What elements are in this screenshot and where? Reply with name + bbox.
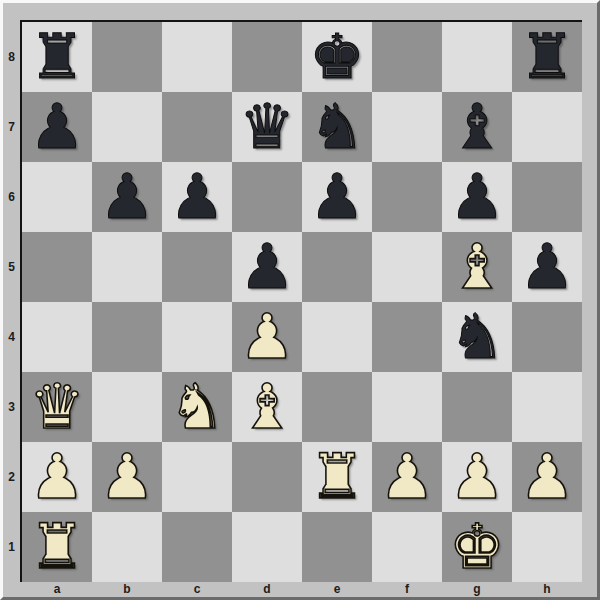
file-labels: abcdefgh [22,582,582,597]
square-a7[interactable]: ♟ [22,92,92,162]
square-g7[interactable]: ♝ [442,92,512,162]
square-a1[interactable]: ♜ [22,512,92,582]
square-d8[interactable] [232,22,302,92]
white-bishop-g5[interactable]: ♝ [449,232,505,302]
square-b6[interactable]: ♟ [92,162,162,232]
rank-labels: 87654321 [3,22,20,582]
black-knight-e7[interactable]: ♞ [309,92,365,162]
black-king-e8[interactable]: ♚ [309,22,365,92]
white-rook-a1[interactable]: ♜ [29,512,85,582]
white-king-g1[interactable]: ♚ [449,512,505,582]
square-f3[interactable] [372,372,442,442]
white-pawn-h2[interactable]: ♟ [519,442,575,512]
square-c7[interactable] [162,92,232,162]
file-label-g: g [442,582,512,597]
square-h3[interactable] [512,372,582,442]
white-pawn-d4[interactable]: ♟ [239,302,295,372]
square-b2[interactable]: ♟ [92,442,162,512]
black-pawn-h5[interactable]: ♟ [519,232,575,302]
rank-label-6: 6 [3,162,20,232]
black-pawn-b6[interactable]: ♟ [99,162,155,232]
white-pawn-g2[interactable]: ♟ [449,442,505,512]
chess-board: ♜♚♜♟♛♞♝♟♟♟♟♟♝♟♟♞♛♞♝♟♟♜♟♟♟♜♚ [20,20,582,582]
rank-label-3: 3 [3,372,20,442]
square-b1[interactable] [92,512,162,582]
square-c2[interactable] [162,442,232,512]
square-d4[interactable]: ♟ [232,302,302,372]
square-f7[interactable] [372,92,442,162]
square-e2[interactable]: ♜ [302,442,372,512]
white-knight-c3[interactable]: ♞ [169,372,225,442]
square-d1[interactable] [232,512,302,582]
square-e1[interactable] [302,512,372,582]
square-e4[interactable] [302,302,372,372]
square-f4[interactable] [372,302,442,372]
file-label-e: e [302,582,372,597]
square-h1[interactable] [512,512,582,582]
square-c5[interactable] [162,232,232,302]
square-c6[interactable]: ♟ [162,162,232,232]
black-pawn-d5[interactable]: ♟ [239,232,295,302]
file-label-d: d [232,582,302,597]
square-e6[interactable]: ♟ [302,162,372,232]
square-h8[interactable]: ♜ [512,22,582,92]
square-e5[interactable] [302,232,372,302]
square-d3[interactable]: ♝ [232,372,302,442]
square-g2[interactable]: ♟ [442,442,512,512]
white-pawn-f2[interactable]: ♟ [379,442,435,512]
square-d7[interactable]: ♛ [232,92,302,162]
square-h4[interactable] [512,302,582,372]
square-a8[interactable]: ♜ [22,22,92,92]
square-f2[interactable]: ♟ [372,442,442,512]
white-rook-e2[interactable]: ♜ [309,442,365,512]
square-c3[interactable]: ♞ [162,372,232,442]
square-b7[interactable] [92,92,162,162]
square-g3[interactable] [442,372,512,442]
rank-label-7: 7 [3,92,20,162]
square-a2[interactable]: ♟ [22,442,92,512]
square-g1[interactable]: ♚ [442,512,512,582]
square-f5[interactable] [372,232,442,302]
black-knight-g4[interactable]: ♞ [449,302,505,372]
black-queen-d7[interactable]: ♛ [239,92,295,162]
rank-label-5: 5 [3,232,20,302]
black-pawn-a7[interactable]: ♟ [29,92,85,162]
square-g6[interactable]: ♟ [442,162,512,232]
square-d5[interactable]: ♟ [232,232,302,302]
chess-board-frame: ♜♚♜♟♛♞♝♟♟♟♟♟♝♟♟♞♛♞♝♟♟♜♟♟♟♜♚ 87654321 abc… [0,0,600,600]
square-a5[interactable] [22,232,92,302]
square-h7[interactable] [512,92,582,162]
square-b3[interactable] [92,372,162,442]
square-h2[interactable]: ♟ [512,442,582,512]
file-label-a: a [22,582,92,597]
square-b4[interactable] [92,302,162,372]
black-pawn-c6[interactable]: ♟ [169,162,225,232]
black-bishop-g7[interactable]: ♝ [449,92,505,162]
file-label-h: h [512,582,582,597]
square-c4[interactable] [162,302,232,372]
square-e8[interactable]: ♚ [302,22,372,92]
square-f1[interactable] [372,512,442,582]
rank-label-1: 1 [3,512,20,582]
square-c8[interactable] [162,22,232,92]
black-pawn-e6[interactable]: ♟ [309,162,365,232]
file-label-f: f [372,582,442,597]
black-rook-h8[interactable]: ♜ [519,22,575,92]
square-b5[interactable] [92,232,162,302]
file-label-b: b [92,582,162,597]
square-a4[interactable] [22,302,92,372]
rank-label-8: 8 [3,22,20,92]
square-h5[interactable]: ♟ [512,232,582,302]
white-pawn-b2[interactable]: ♟ [99,442,155,512]
square-c1[interactable] [162,512,232,582]
square-e3[interactable] [302,372,372,442]
square-f6[interactable] [372,162,442,232]
square-a3[interactable]: ♛ [22,372,92,442]
square-g4[interactable]: ♞ [442,302,512,372]
rank-label-2: 2 [3,442,20,512]
black-rook-a8[interactable]: ♜ [29,22,85,92]
white-pawn-a2[interactable]: ♟ [29,442,85,512]
square-f8[interactable] [372,22,442,92]
white-queen-a3[interactable]: ♛ [29,372,85,442]
square-e7[interactable]: ♞ [302,92,372,162]
square-g5[interactable]: ♝ [442,232,512,302]
square-a6[interactable] [22,162,92,232]
white-bishop-d3[interactable]: ♝ [239,372,295,442]
file-label-c: c [162,582,232,597]
rank-label-4: 4 [3,302,20,372]
square-d6[interactable] [232,162,302,232]
square-h6[interactable] [512,162,582,232]
square-b8[interactable] [92,22,162,92]
black-pawn-g6[interactable]: ♟ [449,162,505,232]
square-g8[interactable] [442,22,512,92]
square-d2[interactable] [232,442,302,512]
